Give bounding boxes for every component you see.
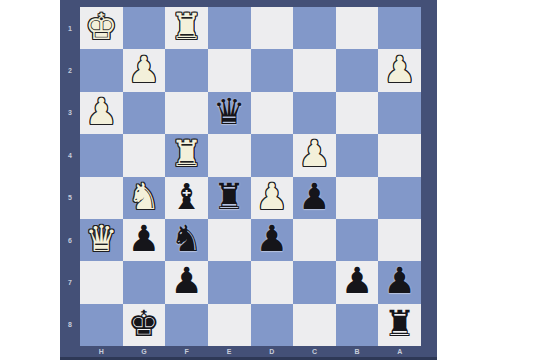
square-e8[interactable] [208,304,251,346]
piece-black-pawn[interactable]: ♟ [251,219,294,261]
file-label-d: D [251,346,294,357]
square-a8[interactable]: ♜ [378,304,421,346]
square-h6[interactable]: ♛ [80,219,123,261]
square-h4[interactable] [80,134,123,176]
square-c4[interactable]: ♟ [293,134,336,176]
square-f8[interactable] [165,304,208,346]
square-d6[interactable]: ♟ [251,219,294,261]
piece-white-pawn[interactable]: ♟ [378,49,421,91]
square-e4[interactable] [208,134,251,176]
file-label-a: A [378,346,421,357]
piece-white-rook[interactable]: ♜ [165,7,208,49]
piece-white-king[interactable]: ♚ [80,7,123,49]
piece-white-pawn[interactable]: ♟ [123,49,166,91]
piece-white-rook[interactable]: ♜ [165,134,208,176]
piece-black-king[interactable]: ♚ [123,304,166,346]
piece-white-knight[interactable]: ♞ [123,177,166,219]
square-c5[interactable]: ♟ [293,177,336,219]
square-g2[interactable]: ♟ [123,49,166,91]
rank-labels: 12345678 [60,7,80,346]
rank-label-4: 4 [60,134,80,176]
square-e6[interactable] [208,219,251,261]
file-label-e: E [208,346,251,357]
square-c8[interactable] [293,304,336,346]
rank-label-5: 5 [60,177,80,219]
square-f3[interactable] [165,92,208,134]
square-d7[interactable] [251,261,294,303]
square-a6[interactable] [378,219,421,261]
square-e7[interactable] [208,261,251,303]
square-b8[interactable] [336,304,379,346]
square-h3[interactable]: ♟ [80,92,123,134]
rank-label-8: 8 [60,304,80,346]
square-d5[interactable]: ♟ [251,177,294,219]
piece-white-pawn[interactable]: ♟ [251,177,294,219]
square-e3[interactable]: ♛ [208,92,251,134]
square-b7[interactable]: ♟ [336,261,379,303]
file-label-c: C [293,346,336,357]
square-b6[interactable] [336,219,379,261]
piece-black-knight[interactable]: ♞ [165,219,208,261]
square-a2[interactable]: ♟ [378,49,421,91]
square-h2[interactable] [80,49,123,91]
square-g5[interactable]: ♞ [123,177,166,219]
piece-black-pawn[interactable]: ♟ [378,261,421,303]
square-e2[interactable] [208,49,251,91]
square-f4[interactable]: ♜ [165,134,208,176]
square-c3[interactable] [293,92,336,134]
rank-label-1: 1 [60,7,80,49]
square-d8[interactable] [251,304,294,346]
square-a3[interactable] [378,92,421,134]
piece-black-queen[interactable]: ♛ [208,92,251,134]
square-c6[interactable] [293,219,336,261]
square-f1[interactable]: ♜ [165,7,208,49]
file-label-f: F [165,346,208,357]
square-b5[interactable] [336,177,379,219]
page: { "game": "chess", "board": { "orientati… [0,0,540,360]
piece-black-bishop[interactable]: ♝ [165,177,208,219]
square-h8[interactable] [80,304,123,346]
rank-label-3: 3 [60,92,80,134]
file-label-h: H [80,346,123,357]
square-d3[interactable] [251,92,294,134]
piece-black-rook[interactable]: ♜ [208,177,251,219]
square-c2[interactable] [293,49,336,91]
piece-black-pawn[interactable]: ♟ [165,261,208,303]
square-g4[interactable] [123,134,166,176]
piece-white-queen[interactable]: ♛ [80,219,123,261]
square-c7[interactable] [293,261,336,303]
rank-label-2: 2 [60,49,80,91]
square-g7[interactable] [123,261,166,303]
square-d4[interactable] [251,134,294,176]
square-f5[interactable]: ♝ [165,177,208,219]
square-b4[interactable] [336,134,379,176]
square-a1[interactable] [378,7,421,49]
square-f6[interactable]: ♞ [165,219,208,261]
square-c1[interactable] [293,7,336,49]
piece-black-rook[interactable]: ♜ [378,304,421,346]
square-a4[interactable] [378,134,421,176]
piece-white-pawn[interactable]: ♟ [80,92,123,134]
square-g8[interactable]: ♚ [123,304,166,346]
square-f2[interactable] [165,49,208,91]
square-b3[interactable] [336,92,379,134]
piece-white-pawn[interactable]: ♟ [293,134,336,176]
piece-black-pawn[interactable]: ♟ [293,177,336,219]
square-g1[interactable] [123,7,166,49]
rank-label-6: 6 [60,219,80,261]
file-label-g: G [123,346,166,357]
square-d1[interactable] [251,7,294,49]
piece-black-pawn[interactable]: ♟ [123,219,166,261]
square-b2[interactable] [336,49,379,91]
square-d2[interactable] [251,49,294,91]
piece-black-pawn[interactable]: ♟ [336,261,379,303]
square-e5[interactable]: ♜ [208,177,251,219]
square-h5[interactable] [80,177,123,219]
square-h7[interactable] [80,261,123,303]
square-b1[interactable] [336,7,379,49]
rank-label-7: 7 [60,261,80,303]
square-h1[interactable]: ♚ [80,7,123,49]
file-labels: HGFEDCBA [80,346,421,357]
square-a5[interactable] [378,177,421,219]
file-label-b: B [336,346,379,357]
square-a7[interactable]: ♟ [378,261,421,303]
chess-board: ♚♜♟♟♟♛♜♟♞♝♜♟♟♛♟♞♟♟♟♟♚♜ [80,7,421,346]
square-g3[interactable] [123,92,166,134]
chess-board-frame: 12345678 ♚♜♟♟♟♛♜♟♞♝♜♟♟♛♟♞♟♟♟♟♚♜ HGFEDCBA [60,0,437,360]
square-g6[interactable]: ♟ [123,219,166,261]
square-e1[interactable] [208,7,251,49]
square-f7[interactable]: ♟ [165,261,208,303]
